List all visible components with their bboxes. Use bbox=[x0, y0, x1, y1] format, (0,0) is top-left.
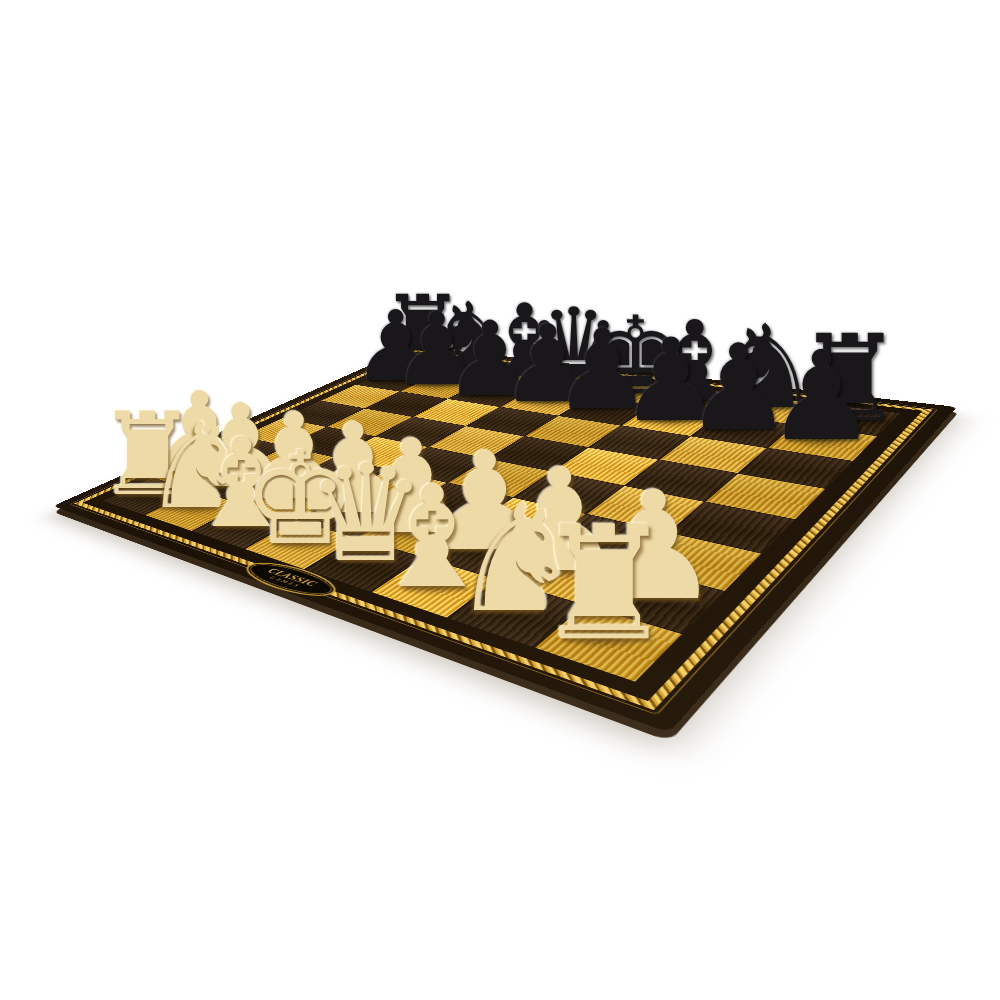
piece-white-rook-h1[interactable]: ♜ bbox=[526, 506, 683, 663]
pieces-layer: ♜♞♝♛♚♝♞♜♟♟♟♟♟♟♟♟♟♟♟♟♟♟♟♟♜♞♝♚♛♝♞♜ bbox=[0, 0, 1000, 1000]
chess-set-product-photo: CLASSIC GAMES ♜♞♝♛♚♝♞♜♟♟♟♟♟♟♟♟♟♟♟♟♟♟♟♟♜♞… bbox=[0, 0, 1000, 1000]
piece-black-pawn-h7[interactable]: ♟ bbox=[760, 335, 884, 459]
